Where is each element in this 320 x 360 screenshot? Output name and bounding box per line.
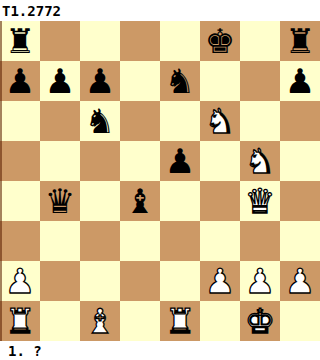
square-d7[interactable] [120, 61, 160, 101]
square-a1[interactable]: ♜ [0, 301, 40, 341]
square-f4[interactable] [200, 181, 240, 221]
square-h7[interactable]: ♟ [280, 61, 320, 101]
square-f5[interactable] [200, 141, 240, 181]
black-pawn[interactable]: ♟ [45, 64, 75, 98]
square-e1[interactable]: ♜ [160, 301, 200, 341]
black-pawn[interactable]: ♟ [285, 64, 315, 98]
chess-board: ♜♚♜♟♟♟♞♟♞♞♟♞♛♝♛♟♟♟♟♜♝♜♚ [0, 21, 320, 341]
square-d4[interactable]: ♝ [120, 181, 160, 221]
square-c1[interactable]: ♝ [80, 301, 120, 341]
black-knight[interactable]: ♞ [165, 64, 195, 98]
square-a3[interactable] [0, 221, 40, 261]
square-b4[interactable]: ♛ [40, 181, 80, 221]
square-g1[interactable]: ♚ [240, 301, 280, 341]
square-a2[interactable]: ♟ [0, 261, 40, 301]
square-h8[interactable]: ♜ [280, 21, 320, 61]
square-d5[interactable] [120, 141, 160, 181]
square-c7[interactable]: ♟ [80, 61, 120, 101]
white-pawn[interactable]: ♟ [205, 264, 235, 298]
square-f7[interactable] [200, 61, 240, 101]
black-rook[interactable]: ♜ [285, 24, 315, 58]
square-d6[interactable] [120, 101, 160, 141]
square-h1[interactable] [280, 301, 320, 341]
square-b3[interactable] [40, 221, 80, 261]
square-e8[interactable] [160, 21, 200, 61]
square-g6[interactable] [240, 101, 280, 141]
square-c2[interactable] [80, 261, 120, 301]
square-c6[interactable]: ♞ [80, 101, 120, 141]
square-e2[interactable] [160, 261, 200, 301]
square-b2[interactable] [40, 261, 80, 301]
square-f8[interactable]: ♚ [200, 21, 240, 61]
square-g3[interactable] [240, 221, 280, 261]
white-knight[interactable]: ♞ [205, 104, 235, 138]
square-f3[interactable] [200, 221, 240, 261]
square-b8[interactable] [40, 21, 80, 61]
square-f1[interactable] [200, 301, 240, 341]
move-prompt: 1. ? [8, 343, 42, 359]
square-e5[interactable]: ♟ [160, 141, 200, 181]
header-bar: T1.2772 [0, 0, 320, 21]
square-d3[interactable] [120, 221, 160, 261]
square-b5[interactable] [40, 141, 80, 181]
square-h3[interactable] [280, 221, 320, 261]
square-g7[interactable] [240, 61, 280, 101]
square-a4[interactable] [0, 181, 40, 221]
square-d1[interactable] [120, 301, 160, 341]
square-f2[interactable]: ♟ [200, 261, 240, 301]
white-knight[interactable]: ♞ [245, 144, 275, 178]
square-b7[interactable]: ♟ [40, 61, 80, 101]
square-g8[interactable] [240, 21, 280, 61]
black-bishop[interactable]: ♝ [125, 184, 155, 218]
square-d8[interactable] [120, 21, 160, 61]
square-b6[interactable] [40, 101, 80, 141]
white-rook[interactable]: ♜ [5, 304, 35, 338]
square-a6[interactable] [0, 101, 40, 141]
square-h6[interactable] [280, 101, 320, 141]
square-e6[interactable] [160, 101, 200, 141]
black-pawn[interactable]: ♟ [85, 64, 115, 98]
puzzle-id: T1.2772 [2, 3, 61, 19]
black-knight[interactable]: ♞ [85, 104, 115, 138]
black-rook[interactable]: ♜ [5, 24, 35, 58]
square-b1[interactable] [40, 301, 80, 341]
white-rook[interactable]: ♜ [165, 304, 195, 338]
square-a7[interactable]: ♟ [0, 61, 40, 101]
square-e4[interactable] [160, 181, 200, 221]
white-pawn[interactable]: ♟ [285, 264, 315, 298]
square-c3[interactable] [80, 221, 120, 261]
square-f6[interactable]: ♞ [200, 101, 240, 141]
black-queen[interactable]: ♛ [45, 184, 75, 218]
square-h5[interactable] [280, 141, 320, 181]
white-pawn[interactable]: ♟ [5, 264, 35, 298]
square-c4[interactable] [80, 181, 120, 221]
square-h4[interactable] [280, 181, 320, 221]
square-g4[interactable]: ♛ [240, 181, 280, 221]
square-e3[interactable] [160, 221, 200, 261]
white-queen[interactable]: ♛ [245, 184, 275, 218]
white-king[interactable]: ♚ [245, 304, 275, 338]
square-a8[interactable]: ♜ [0, 21, 40, 61]
white-pawn[interactable]: ♟ [245, 264, 275, 298]
square-c8[interactable] [80, 21, 120, 61]
square-g2[interactable]: ♟ [240, 261, 280, 301]
square-a5[interactable] [0, 141, 40, 181]
footer-bar: 1. ? [0, 341, 320, 360]
square-e7[interactable]: ♞ [160, 61, 200, 101]
black-pawn[interactable]: ♟ [5, 64, 35, 98]
black-pawn[interactable]: ♟ [165, 144, 195, 178]
square-c5[interactable] [80, 141, 120, 181]
black-king[interactable]: ♚ [205, 24, 235, 58]
square-h2[interactable]: ♟ [280, 261, 320, 301]
square-d2[interactable] [120, 261, 160, 301]
white-bishop[interactable]: ♝ [85, 304, 115, 338]
square-g5[interactable]: ♞ [240, 141, 280, 181]
